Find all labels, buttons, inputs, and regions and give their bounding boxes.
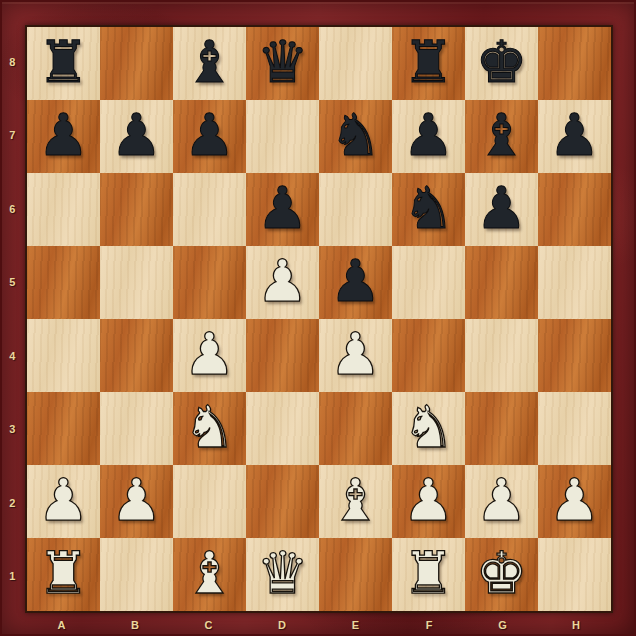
square-d7[interactable]	[246, 100, 319, 173]
piece-black-queen[interactable]: ♛	[257, 33, 309, 91]
square-e7[interactable]: ♞	[319, 100, 392, 173]
square-d2[interactable]	[246, 465, 319, 538]
file-label-f: F	[393, 613, 467, 636]
square-h7[interactable]: ♟	[538, 100, 611, 173]
square-c2[interactable]	[173, 465, 246, 538]
square-a1[interactable]: ♜	[27, 538, 100, 611]
square-b6[interactable]	[100, 173, 173, 246]
piece-black-bishop[interactable]: ♝	[184, 33, 236, 91]
square-d3[interactable]	[246, 392, 319, 465]
piece-black-pawn[interactable]: ♟	[184, 106, 236, 164]
file-label-e: E	[319, 613, 393, 636]
file-label-g: G	[466, 613, 540, 636]
square-f7[interactable]: ♟	[392, 100, 465, 173]
square-h8[interactable]	[538, 27, 611, 100]
rank-label-5: 5	[0, 246, 25, 320]
square-e8[interactable]	[319, 27, 392, 100]
piece-white-pawn[interactable]: ♟	[184, 325, 236, 383]
square-c1[interactable]: ♝	[173, 538, 246, 611]
piece-black-rook[interactable]: ♜	[403, 33, 455, 91]
square-e5[interactable]: ♟	[319, 246, 392, 319]
square-f4[interactable]	[392, 319, 465, 392]
piece-white-pawn[interactable]: ♟	[38, 471, 90, 529]
square-e1[interactable]	[319, 538, 392, 611]
file-labels: ABCDEFGH	[25, 613, 613, 636]
square-e3[interactable]	[319, 392, 392, 465]
square-g2[interactable]: ♟	[465, 465, 538, 538]
piece-black-pawn[interactable]: ♟	[330, 252, 382, 310]
rank-labels: 87654321	[0, 25, 25, 613]
square-d4[interactable]	[246, 319, 319, 392]
piece-black-king[interactable]: ♚	[476, 33, 528, 91]
square-e2[interactable]: ♝	[319, 465, 392, 538]
rank-label-7: 7	[0, 99, 25, 173]
square-e4[interactable]: ♟	[319, 319, 392, 392]
piece-black-pawn[interactable]: ♟	[257, 179, 309, 237]
square-c8[interactable]: ♝	[173, 27, 246, 100]
square-c7[interactable]: ♟	[173, 100, 246, 173]
square-g7[interactable]: ♝	[465, 100, 538, 173]
square-c5[interactable]	[173, 246, 246, 319]
square-c6[interactable]	[173, 173, 246, 246]
square-f1[interactable]: ♜	[392, 538, 465, 611]
piece-white-bishop[interactable]: ♝	[330, 471, 382, 529]
piece-white-knight[interactable]: ♞	[403, 398, 455, 456]
square-d1[interactable]: ♛	[246, 538, 319, 611]
square-b4[interactable]	[100, 319, 173, 392]
square-a3[interactable]	[27, 392, 100, 465]
square-b2[interactable]: ♟	[100, 465, 173, 538]
piece-white-pawn[interactable]: ♟	[330, 325, 382, 383]
piece-black-knight[interactable]: ♞	[330, 106, 382, 164]
square-h6[interactable]	[538, 173, 611, 246]
board: ♜♝♛♜♚♟♟♟♞♟♝♟♟♞♟♟♟♟♟♞♞♟♟♝♟♟♟♜♝♛♜♚	[25, 25, 613, 613]
square-d8[interactable]: ♛	[246, 27, 319, 100]
piece-white-pawn[interactable]: ♟	[257, 252, 309, 310]
square-g8[interactable]: ♚	[465, 27, 538, 100]
square-a8[interactable]: ♜	[27, 27, 100, 100]
square-g5[interactable]	[465, 246, 538, 319]
square-g6[interactable]: ♟	[465, 173, 538, 246]
piece-white-pawn[interactable]: ♟	[549, 471, 601, 529]
square-d6[interactable]: ♟	[246, 173, 319, 246]
square-h3[interactable]	[538, 392, 611, 465]
piece-white-king[interactable]: ♚	[476, 544, 528, 602]
file-label-c: C	[172, 613, 246, 636]
square-c3[interactable]: ♞	[173, 392, 246, 465]
piece-black-knight[interactable]: ♞	[403, 179, 455, 237]
square-a5[interactable]	[27, 246, 100, 319]
rank-label-3: 3	[0, 393, 25, 467]
piece-white-pawn[interactable]: ♟	[476, 471, 528, 529]
square-a7[interactable]: ♟	[27, 100, 100, 173]
square-b7[interactable]: ♟	[100, 100, 173, 173]
file-label-h: H	[540, 613, 614, 636]
rank-label-4: 4	[0, 319, 25, 393]
piece-white-rook[interactable]: ♜	[38, 544, 90, 602]
rank-label-8: 8	[0, 25, 25, 99]
piece-black-pawn[interactable]: ♟	[38, 106, 90, 164]
piece-white-rook[interactable]: ♜	[403, 544, 455, 602]
file-label-b: B	[99, 613, 173, 636]
square-f3[interactable]: ♞	[392, 392, 465, 465]
square-b8[interactable]	[100, 27, 173, 100]
square-f5[interactable]	[392, 246, 465, 319]
rank-label-6: 6	[0, 172, 25, 246]
square-g4[interactable]	[465, 319, 538, 392]
file-label-a: A	[25, 613, 99, 636]
rank-label-2: 2	[0, 466, 25, 540]
square-c4[interactable]: ♟	[173, 319, 246, 392]
square-h2[interactable]: ♟	[538, 465, 611, 538]
square-f6[interactable]: ♞	[392, 173, 465, 246]
piece-white-pawn[interactable]: ♟	[111, 471, 163, 529]
piece-white-queen[interactable]: ♛	[257, 544, 309, 602]
piece-black-pawn[interactable]: ♟	[476, 179, 528, 237]
square-b3[interactable]	[100, 392, 173, 465]
piece-white-knight[interactable]: ♞	[184, 398, 236, 456]
square-g3[interactable]	[465, 392, 538, 465]
square-h4[interactable]	[538, 319, 611, 392]
piece-black-pawn[interactable]: ♟	[403, 106, 455, 164]
piece-black-pawn[interactable]: ♟	[111, 106, 163, 164]
square-b1[interactable]	[100, 538, 173, 611]
piece-white-pawn[interactable]: ♟	[403, 471, 455, 529]
piece-black-rook[interactable]: ♜	[38, 33, 90, 91]
square-f2[interactable]: ♟	[392, 465, 465, 538]
square-b5[interactable]	[100, 246, 173, 319]
piece-black-pawn[interactable]: ♟	[549, 106, 601, 164]
square-a2[interactable]: ♟	[27, 465, 100, 538]
piece-black-bishop[interactable]: ♝	[476, 106, 528, 164]
square-a6[interactable]	[27, 173, 100, 246]
square-d5[interactable]: ♟	[246, 246, 319, 319]
square-h1[interactable]	[538, 538, 611, 611]
square-h5[interactable]	[538, 246, 611, 319]
chess-board-frame: 87654321 ♜♝♛♜♚♟♟♟♞♟♝♟♟♞♟♟♟♟♟♞♞♟♟♝♟♟♟♜♝♛♜…	[0, 0, 636, 636]
file-label-d: D	[246, 613, 320, 636]
piece-white-bishop[interactable]: ♝	[184, 544, 236, 602]
square-g1[interactable]: ♚	[465, 538, 538, 611]
square-e6[interactable]	[319, 173, 392, 246]
square-f8[interactable]: ♜	[392, 27, 465, 100]
square-a4[interactable]	[27, 319, 100, 392]
rank-label-1: 1	[0, 540, 25, 614]
